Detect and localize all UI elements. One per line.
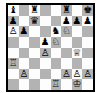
square-f1[interactable] [61,79,72,90]
square-b3[interactable] [19,58,30,69]
square-b1[interactable] [19,79,30,90]
square-c7[interactable]: ♛ [29,16,40,27]
square-h3[interactable] [82,58,93,69]
square-d3[interactable] [40,58,51,69]
square-b7[interactable] [19,16,30,27]
black-pawn-icon: ♟ [41,37,50,47]
square-b8[interactable] [19,5,30,16]
square-c1[interactable] [29,79,40,90]
square-a4[interactable] [8,48,19,59]
square-g8[interactable] [72,5,83,16]
square-a1[interactable] [8,79,19,90]
square-h2[interactable]: ♙ [82,69,93,80]
white-knight-icon: ♘ [62,26,71,36]
square-h1[interactable] [82,79,93,90]
white-king-icon: ♔ [73,79,82,89]
black-bishop-icon: ♝ [9,5,18,15]
square-f7[interactable]: ♟ [61,16,72,27]
square-d5[interactable]: ♟ [40,37,51,48]
black-pawn-icon: ♟ [62,16,71,26]
square-d7[interactable] [40,16,51,27]
square-d1[interactable] [40,79,51,90]
square-c5[interactable] [29,37,40,48]
black-pawn-icon: ♟ [19,26,28,36]
white-pawn-icon: ♙ [9,26,18,36]
square-h7[interactable]: ♟ [82,16,93,27]
square-e5[interactable]: ♘ [51,37,62,48]
chess-board-grid: ♝♜♜♚♟♛♟♟♟♙♟♞♘♟♘♙♕♖♙♙♙♙♖♔ [8,5,93,90]
white-pawn-icon: ♙ [41,48,50,58]
square-e8[interactable] [51,5,62,16]
square-d4[interactable]: ♙ [40,48,51,59]
square-a5[interactable] [8,37,19,48]
square-b4[interactable] [19,48,30,59]
square-e2[interactable] [51,69,62,80]
square-a2[interactable] [8,69,19,80]
white-pawn-icon: ♙ [73,69,82,79]
white-rook-icon: ♖ [51,79,60,89]
white-queen-icon: ♕ [73,48,82,58]
white-pawn-icon: ♙ [62,69,71,79]
white-rook-icon: ♖ [9,58,18,68]
square-g4[interactable]: ♕ [72,48,83,59]
square-a7[interactable]: ♟ [8,16,19,27]
square-d6[interactable] [40,26,51,37]
square-g5[interactable] [72,37,83,48]
square-h4[interactable] [82,48,93,59]
square-f2[interactable]: ♙ [61,69,72,80]
white-knight-icon: ♘ [51,37,60,47]
square-d2[interactable] [40,69,51,80]
square-f4[interactable] [61,48,72,59]
black-queen-icon: ♛ [30,16,39,26]
square-f3[interactable] [61,58,72,69]
square-a3[interactable]: ♖ [8,58,19,69]
square-c4[interactable] [29,48,40,59]
square-f5[interactable] [61,37,72,48]
square-h8[interactable]: ♚ [82,5,93,16]
black-rook-icon: ♜ [30,5,39,15]
black-rook-icon: ♜ [62,5,71,15]
square-e1[interactable]: ♖ [51,79,62,90]
square-g2[interactable]: ♙ [72,69,83,80]
square-g6[interactable] [72,26,83,37]
black-pawn-icon: ♟ [9,16,18,26]
white-pawn-icon: ♙ [19,69,28,79]
black-pawn-icon: ♟ [83,16,92,26]
square-e6[interactable]: ♞ [51,26,62,37]
square-e4[interactable] [51,48,62,59]
black-king-icon: ♚ [83,5,92,15]
square-g1[interactable]: ♔ [72,79,83,90]
square-c3[interactable] [29,58,40,69]
square-h6[interactable] [82,26,93,37]
square-d8[interactable] [40,5,51,16]
square-g7[interactable]: ♟ [72,16,83,27]
white-pawn-icon: ♙ [83,69,92,79]
square-b6[interactable]: ♟ [19,26,30,37]
square-e3[interactable] [51,58,62,69]
square-f6[interactable]: ♘ [61,26,72,37]
square-g3[interactable] [72,58,83,69]
black-knight-icon: ♞ [51,26,60,36]
square-h5[interactable] [82,37,93,48]
square-b5[interactable] [19,37,30,48]
square-a6[interactable]: ♙ [8,26,19,37]
chess-board: ♝♜♜♚♟♛♟♟♟♙♟♞♘♟♘♙♕♖♙♙♙♙♖♔ [6,3,95,92]
square-f8[interactable]: ♜ [61,5,72,16]
square-c6[interactable] [29,26,40,37]
square-b2[interactable]: ♙ [19,69,30,80]
square-a8[interactable]: ♝ [8,5,19,16]
square-c2[interactable] [29,69,40,80]
square-e7[interactable] [51,16,62,27]
black-pawn-icon: ♟ [73,16,82,26]
square-c8[interactable]: ♜ [29,5,40,16]
